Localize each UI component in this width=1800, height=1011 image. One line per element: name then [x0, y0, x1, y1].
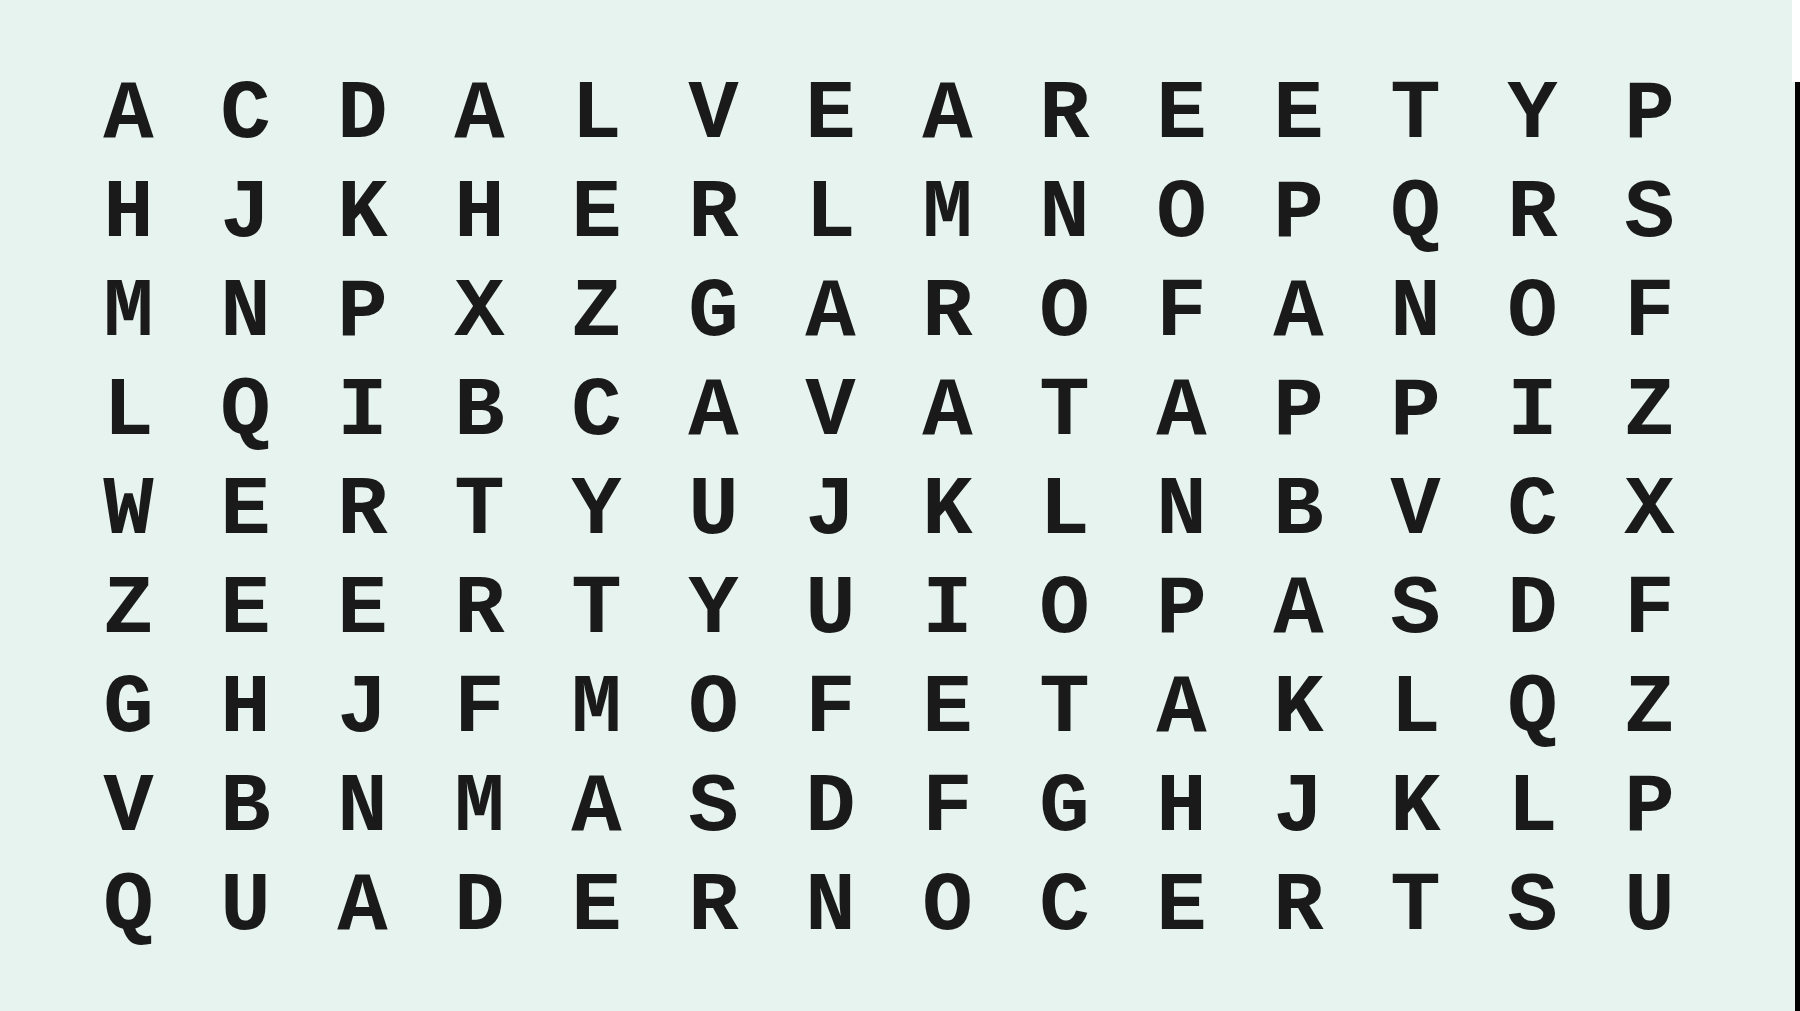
- grid-cell[interactable]: T: [1357, 857, 1474, 956]
- grid-cell[interactable]: X: [421, 264, 538, 363]
- grid-cell[interactable]: S: [1591, 165, 1708, 264]
- grid-cell[interactable]: E: [1240, 66, 1357, 165]
- grid-cell[interactable]: O: [1006, 264, 1123, 363]
- grid-cell[interactable]: J: [1240, 758, 1357, 857]
- grid-cell[interactable]: I: [889, 560, 1006, 659]
- grid-cell[interactable]: E: [1123, 66, 1240, 165]
- grid-cell[interactable]: E: [538, 857, 655, 956]
- grid-cell[interactable]: Z: [1591, 659, 1708, 758]
- grid-cell[interactable]: Y: [655, 560, 772, 659]
- grid-cell[interactable]: P: [1123, 560, 1240, 659]
- grid-cell[interactable]: R: [1240, 857, 1357, 956]
- grid-cell[interactable]: O: [1006, 560, 1123, 659]
- grid-cell[interactable]: D: [772, 758, 889, 857]
- grid-cell[interactable]: A: [538, 758, 655, 857]
- grid-cell[interactable]: R: [1006, 66, 1123, 165]
- grid-cell[interactable]: C: [187, 66, 304, 165]
- grid-cell[interactable]: A: [304, 857, 421, 956]
- grid-cell[interactable]: N: [187, 264, 304, 363]
- grid-cell[interactable]: J: [772, 462, 889, 561]
- grid-cell[interactable]: Z: [1591, 363, 1708, 462]
- grid-cell[interactable]: J: [304, 659, 421, 758]
- grid-cell[interactable]: S: [1474, 857, 1591, 956]
- grid-cell[interactable]: T: [1357, 66, 1474, 165]
- grid-cell[interactable]: A: [889, 66, 1006, 165]
- grid-cell[interactable]: E: [772, 66, 889, 165]
- grid-cell[interactable]: G: [655, 264, 772, 363]
- grid-cell[interactable]: E: [889, 659, 1006, 758]
- grid-cell[interactable]: R: [655, 857, 772, 956]
- grid-cell[interactable]: P: [1240, 363, 1357, 462]
- grid-cell[interactable]: P: [1591, 66, 1708, 165]
- grid-cell[interactable]: B: [187, 758, 304, 857]
- grid-cell[interactable]: T: [538, 560, 655, 659]
- grid-cell[interactable]: T: [421, 462, 538, 561]
- grid-cell[interactable]: A: [1240, 264, 1357, 363]
- grid-cell[interactable]: U: [655, 462, 772, 561]
- grid-cell[interactable]: K: [304, 165, 421, 264]
- grid-cell[interactable]: N: [772, 857, 889, 956]
- grid-cell[interactable]: R: [1474, 165, 1591, 264]
- grid-cell[interactable]: A: [421, 66, 538, 165]
- grid-cell[interactable]: F: [772, 659, 889, 758]
- grid-cell[interactable]: H: [1123, 758, 1240, 857]
- grid-cell[interactable]: V: [1357, 462, 1474, 561]
- grid-cell[interactable]: K: [1357, 758, 1474, 857]
- right-edge-white-strip: [1792, 0, 1800, 82]
- grid-cell[interactable]: A: [1123, 659, 1240, 758]
- grid-cell[interactable]: N: [1123, 462, 1240, 561]
- grid-cell[interactable]: T: [1006, 659, 1123, 758]
- grid-cell[interactable]: W: [70, 462, 187, 561]
- grid-cell[interactable]: B: [421, 363, 538, 462]
- grid-cell[interactable]: P: [1240, 165, 1357, 264]
- grid-cell[interactable]: S: [1357, 560, 1474, 659]
- grid-cell[interactable]: D: [421, 857, 538, 956]
- grid-cell[interactable]: B: [1240, 462, 1357, 561]
- word-search-grid: ACDALVEAREETYPHJKHERLMNOPQRSMNPXZGAROFAN…: [70, 66, 1708, 956]
- grid-cell[interactable]: A: [1240, 560, 1357, 659]
- grid-cell[interactable]: K: [1240, 659, 1357, 758]
- grid-cell[interactable]: Z: [70, 560, 187, 659]
- grid-cell[interactable]: Y: [1474, 66, 1591, 165]
- grid-cell[interactable]: P: [304, 264, 421, 363]
- grid-cell[interactable]: Q: [70, 857, 187, 956]
- grid-cell[interactable]: N: [1006, 165, 1123, 264]
- grid-cell[interactable]: L: [70, 363, 187, 462]
- grid-cell[interactable]: O: [655, 659, 772, 758]
- grid-cell[interactable]: N: [1357, 264, 1474, 363]
- grid-cell[interactable]: J: [187, 165, 304, 264]
- grid-cell[interactable]: U: [772, 560, 889, 659]
- grid-cell[interactable]: H: [421, 165, 538, 264]
- grid-cell[interactable]: D: [1474, 560, 1591, 659]
- grid-cell[interactable]: D: [304, 66, 421, 165]
- grid-cell[interactable]: L: [1474, 758, 1591, 857]
- grid-cell[interactable]: I: [304, 363, 421, 462]
- grid-cell[interactable]: U: [1591, 857, 1708, 956]
- grid-cell[interactable]: F: [889, 758, 1006, 857]
- grid-cell[interactable]: M: [421, 758, 538, 857]
- grid-cell[interactable]: F: [1591, 264, 1708, 363]
- grid-cell[interactable]: C: [1474, 462, 1591, 561]
- grid-cell[interactable]: L: [1006, 462, 1123, 561]
- grid-cell[interactable]: H: [70, 165, 187, 264]
- grid-cell[interactable]: Q: [187, 363, 304, 462]
- grid-cell[interactable]: M: [538, 659, 655, 758]
- grid-cell[interactable]: P: [1357, 363, 1474, 462]
- grid-cell[interactable]: Y: [538, 462, 655, 561]
- grid-cell[interactable]: A: [1123, 363, 1240, 462]
- grid-cell[interactable]: M: [70, 264, 187, 363]
- grid-cell[interactable]: F: [1123, 264, 1240, 363]
- grid-cell[interactable]: A: [655, 363, 772, 462]
- grid-cell[interactable]: V: [70, 758, 187, 857]
- grid-cell[interactable]: T: [1006, 363, 1123, 462]
- grid-cell[interactable]: X: [1591, 462, 1708, 561]
- grid-cell[interactable]: E: [1123, 857, 1240, 956]
- grid-cell[interactable]: H: [187, 659, 304, 758]
- grid-cell[interactable]: Z: [538, 264, 655, 363]
- grid-cell[interactable]: L: [772, 165, 889, 264]
- grid-cell[interactable]: F: [421, 659, 538, 758]
- grid-cell[interactable]: L: [538, 66, 655, 165]
- grid-cell[interactable]: O: [1123, 165, 1240, 264]
- grid-cell[interactable]: C: [1006, 857, 1123, 956]
- grid-cell[interactable]: O: [1474, 264, 1591, 363]
- grid-cell[interactable]: Q: [1474, 659, 1591, 758]
- grid-cell[interactable]: R: [304, 462, 421, 561]
- grid-cell[interactable]: Q: [1357, 165, 1474, 264]
- grid-cell[interactable]: M: [889, 165, 1006, 264]
- grid-cell[interactable]: G: [1006, 758, 1123, 857]
- grid-cell[interactable]: G: [70, 659, 187, 758]
- grid-cell[interactable]: U: [187, 857, 304, 956]
- grid-cell[interactable]: F: [1591, 560, 1708, 659]
- grid-cell[interactable]: I: [1474, 363, 1591, 462]
- grid-cell[interactable]: V: [772, 363, 889, 462]
- grid-cell[interactable]: V: [655, 66, 772, 165]
- grid-cell[interactable]: R: [889, 264, 1006, 363]
- grid-cell[interactable]: E: [538, 165, 655, 264]
- grid-cell[interactable]: L: [1357, 659, 1474, 758]
- grid-cell[interactable]: S: [655, 758, 772, 857]
- grid-cell[interactable]: O: [889, 857, 1006, 956]
- grid-cell[interactable]: E: [187, 560, 304, 659]
- grid-cell[interactable]: A: [772, 264, 889, 363]
- grid-cell[interactable]: E: [304, 560, 421, 659]
- grid-cell[interactable]: E: [187, 462, 304, 561]
- grid-cell[interactable]: N: [304, 758, 421, 857]
- grid-cell[interactable]: K: [889, 462, 1006, 561]
- grid-cell[interactable]: C: [538, 363, 655, 462]
- grid-cell[interactable]: R: [421, 560, 538, 659]
- grid-cell[interactable]: A: [70, 66, 187, 165]
- grid-cell[interactable]: R: [655, 165, 772, 264]
- grid-cell[interactable]: A: [889, 363, 1006, 462]
- grid-cell[interactable]: P: [1591, 758, 1708, 857]
- right-edge-black-strip: [1795, 82, 1800, 1011]
